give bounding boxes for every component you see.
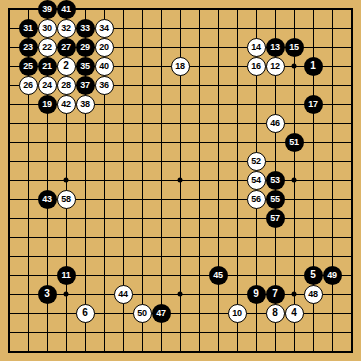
stone-black-45: 45 xyxy=(209,266,228,285)
stone-black-29: 29 xyxy=(76,38,95,57)
stone-black-15: 15 xyxy=(285,38,304,57)
stone-white-16: 16 xyxy=(247,57,266,76)
stone-white-30: 30 xyxy=(38,19,57,38)
stone-white-8: 8 xyxy=(266,304,285,323)
stone-white-4: 4 xyxy=(285,304,304,323)
stone-black-1: 1 xyxy=(304,57,323,76)
stone-white-42: 42 xyxy=(57,95,76,114)
stone-white-26: 26 xyxy=(19,76,38,95)
stone-white-36: 36 xyxy=(95,76,114,95)
stone-black-21: 21 xyxy=(38,57,57,76)
stone-black-47: 47 xyxy=(152,304,171,323)
stone-white-54: 54 xyxy=(247,171,266,190)
stone-white-48: 48 xyxy=(304,285,323,304)
stone-black-25: 25 xyxy=(19,57,38,76)
stone-black-17: 17 xyxy=(304,95,323,114)
go-board[interactable]: 1234567891011121314151617181920212223242… xyxy=(0,0,361,361)
stone-black-23: 23 xyxy=(19,38,38,57)
stone-black-37: 37 xyxy=(76,76,95,95)
stone-white-24: 24 xyxy=(38,76,57,95)
stone-white-50: 50 xyxy=(133,304,152,323)
stone-white-34: 34 xyxy=(95,19,114,38)
stone-black-43: 43 xyxy=(38,190,57,209)
stone-black-9: 9 xyxy=(247,285,266,304)
stone-black-33: 33 xyxy=(76,19,95,38)
stone-black-3: 3 xyxy=(38,285,57,304)
stone-white-20: 20 xyxy=(95,38,114,57)
stone-white-2: 2 xyxy=(57,57,76,76)
stone-white-32: 32 xyxy=(57,19,76,38)
stone-black-35: 35 xyxy=(76,57,95,76)
stone-grid: 1234567891011121314151617181920212223242… xyxy=(0,0,361,361)
stone-black-41: 41 xyxy=(57,0,76,19)
stone-white-58: 58 xyxy=(57,190,76,209)
stone-white-40: 40 xyxy=(95,57,114,76)
stone-white-46: 46 xyxy=(266,114,285,133)
stone-black-51: 51 xyxy=(285,133,304,152)
stone-white-44: 44 xyxy=(114,285,133,304)
stone-black-19: 19 xyxy=(38,95,57,114)
stone-white-12: 12 xyxy=(266,57,285,76)
stone-white-56: 56 xyxy=(247,190,266,209)
stone-black-13: 13 xyxy=(266,38,285,57)
stone-white-28: 28 xyxy=(57,76,76,95)
stone-white-52: 52 xyxy=(247,152,266,171)
stone-black-39: 39 xyxy=(38,0,57,19)
stone-white-22: 22 xyxy=(38,38,57,57)
stone-white-18: 18 xyxy=(171,57,190,76)
stone-white-6: 6 xyxy=(76,304,95,323)
stone-black-53: 53 xyxy=(266,171,285,190)
stone-black-49: 49 xyxy=(323,266,342,285)
stone-white-10: 10 xyxy=(228,304,247,323)
stone-black-27: 27 xyxy=(57,38,76,57)
stone-black-5: 5 xyxy=(304,266,323,285)
stone-black-55: 55 xyxy=(266,190,285,209)
stone-black-11: 11 xyxy=(57,266,76,285)
stone-black-31: 31 xyxy=(19,19,38,38)
stone-black-7: 7 xyxy=(266,285,285,304)
stone-white-14: 14 xyxy=(247,38,266,57)
stone-black-57: 57 xyxy=(266,209,285,228)
stone-white-38: 38 xyxy=(76,95,95,114)
